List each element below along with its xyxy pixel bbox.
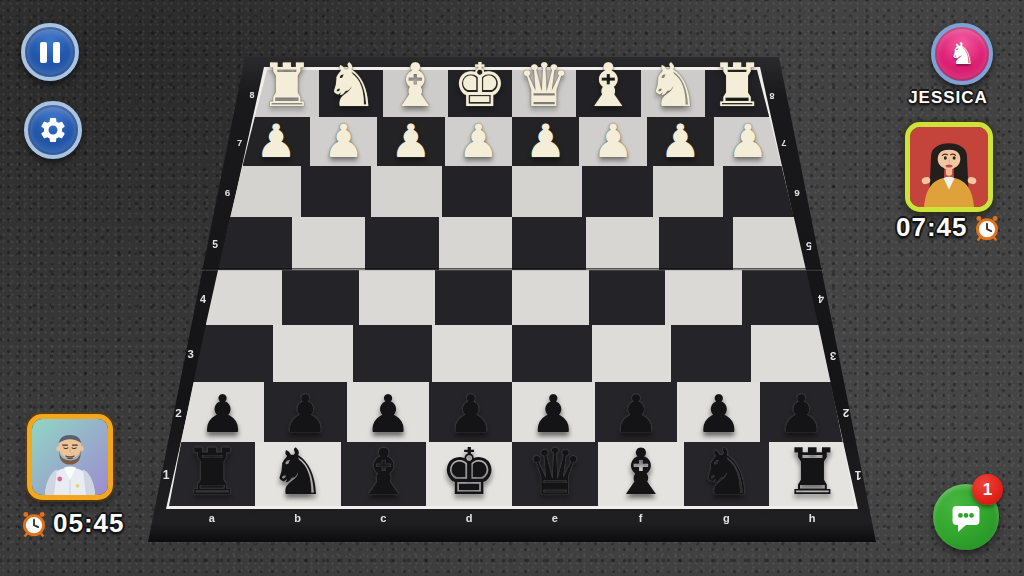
rank-label-right: 6 xyxy=(794,188,800,198)
rank-label-left: 2 xyxy=(175,407,182,419)
board-rank-row xyxy=(218,217,806,270)
square-c5[interactable] xyxy=(365,217,439,270)
rank-label-left: 7 xyxy=(237,138,242,147)
chess-board: 8877665544332211abcdefgh♜♞♝♚♛♝♞♜♟♟♟♟♟♟♟♟… xyxy=(148,56,876,542)
square-d5[interactable] xyxy=(439,217,513,270)
rank-label-left: 4 xyxy=(200,293,206,304)
square-d3[interactable] xyxy=(432,325,512,382)
square-b3[interactable] xyxy=(273,325,353,382)
opponent-avatar[interactable] xyxy=(905,122,993,212)
square-b6[interactable] xyxy=(301,166,371,217)
square-f4[interactable] xyxy=(589,270,666,325)
board-fold-seam xyxy=(201,268,823,271)
alarm-clock-icon xyxy=(973,214,1001,242)
opponent-piece-badge: ♞ xyxy=(931,23,993,85)
piece-black-knight[interactable]: ♞ xyxy=(269,440,326,504)
piece-white-knight[interactable]: ♞ xyxy=(324,55,378,115)
square-d4[interactable] xyxy=(435,270,512,325)
rank-label-right: 5 xyxy=(806,239,812,249)
piece-black-pawn[interactable]: ♟ xyxy=(447,388,494,440)
piece-black-bishop[interactable]: ♝ xyxy=(612,440,669,504)
board-rank-row xyxy=(230,166,794,217)
board-rank-row xyxy=(181,382,843,442)
opponent-name: JESSICA xyxy=(876,88,1020,108)
player-timer: 05:45 xyxy=(20,508,125,539)
square-e6[interactable] xyxy=(512,166,582,217)
rank-label-right: 4 xyxy=(818,293,824,304)
piece-white-pawn[interactable]: ♟ xyxy=(592,118,633,164)
square-c6[interactable] xyxy=(371,166,441,217)
rank-label-right: 1 xyxy=(855,469,862,481)
file-label: d xyxy=(466,513,473,524)
square-a3[interactable] xyxy=(194,325,274,382)
square-f5[interactable] xyxy=(586,217,660,270)
rank-label-right: 7 xyxy=(782,138,787,147)
board-rank-row xyxy=(206,270,819,325)
piece-white-pawn[interactable]: ♟ xyxy=(525,118,566,164)
piece-white-pawn[interactable]: ♟ xyxy=(458,118,499,164)
square-d6[interactable] xyxy=(442,166,512,217)
alarm-clock-icon xyxy=(20,510,48,538)
chat-unread-badge: 1 xyxy=(972,474,1003,505)
square-c4[interactable] xyxy=(359,270,436,325)
piece-white-rook[interactable]: ♜ xyxy=(260,55,314,115)
piece-black-queen[interactable]: ♛ xyxy=(526,440,583,504)
square-b5[interactable] xyxy=(292,217,366,270)
square-h4[interactable] xyxy=(742,270,819,325)
square-g6[interactable] xyxy=(653,166,723,217)
piece-black-knight[interactable]: ♞ xyxy=(698,440,755,504)
square-f3[interactable] xyxy=(592,325,672,382)
white-knight-icon: ♞ xyxy=(949,39,976,69)
rank-label-right: 3 xyxy=(830,349,836,360)
piece-white-pawn[interactable]: ♟ xyxy=(323,118,364,164)
square-c3[interactable] xyxy=(353,325,433,382)
piece-white-knight[interactable]: ♞ xyxy=(646,55,700,115)
rank-label-right: 8 xyxy=(770,90,775,99)
file-label: a xyxy=(209,513,215,524)
square-h5[interactable] xyxy=(733,217,807,270)
square-e5[interactable] xyxy=(512,217,586,270)
rank-label-right: 2 xyxy=(842,407,849,419)
piece-white-king[interactable]: ♚ xyxy=(453,55,507,115)
settings-button[interactable] xyxy=(24,101,82,159)
player-time: 05:45 xyxy=(53,508,125,539)
square-h3[interactable] xyxy=(751,325,831,382)
opponent-timer: 07:45 xyxy=(896,212,1001,243)
file-label: f xyxy=(639,513,643,524)
piece-black-rook[interactable]: ♜ xyxy=(783,440,840,504)
piece-black-pawn[interactable]: ♟ xyxy=(530,388,577,440)
piece-white-pawn[interactable]: ♟ xyxy=(660,118,701,164)
square-a5[interactable] xyxy=(218,217,292,270)
file-label: b xyxy=(294,513,301,524)
piece-white-rook[interactable]: ♜ xyxy=(710,55,764,115)
square-a6[interactable] xyxy=(230,166,300,217)
piece-black-pawn[interactable]: ♟ xyxy=(613,388,660,440)
piece-white-bishop[interactable]: ♝ xyxy=(582,55,636,115)
piece-white-queen[interactable]: ♛ xyxy=(517,55,571,115)
piece-black-king[interactable]: ♚ xyxy=(440,440,497,504)
piece-white-bishop[interactable]: ♝ xyxy=(389,55,443,115)
game-screen: 8877665544332211abcdefgh♜♞♝♚♛♝♞♜♟♟♟♟♟♟♟♟… xyxy=(0,0,1024,576)
player-avatar[interactable] xyxy=(27,414,113,500)
square-e4[interactable] xyxy=(512,270,589,325)
square-g3[interactable] xyxy=(671,325,751,382)
square-a4[interactable] xyxy=(206,270,283,325)
rank-label-left: 8 xyxy=(249,90,254,99)
opponent-avatar-image xyxy=(910,127,988,207)
piece-black-bishop[interactable]: ♝ xyxy=(355,440,412,504)
square-g5[interactable] xyxy=(659,217,733,270)
chat-button[interactable]: 1 xyxy=(933,484,999,550)
piece-black-pawn[interactable]: ♟ xyxy=(778,388,825,440)
piece-black-rook[interactable]: ♜ xyxy=(183,440,240,504)
square-b4[interactable] xyxy=(282,270,359,325)
piece-black-pawn[interactable]: ♟ xyxy=(365,388,412,440)
square-f6[interactable] xyxy=(582,166,652,217)
square-g4[interactable] xyxy=(665,270,742,325)
square-h6[interactable] xyxy=(723,166,793,217)
piece-white-pawn[interactable]: ♟ xyxy=(390,118,431,164)
piece-black-pawn[interactable]: ♟ xyxy=(199,388,246,440)
board-rank-row xyxy=(194,325,831,382)
piece-white-pawn[interactable]: ♟ xyxy=(727,118,768,164)
speech-bubble-icon xyxy=(947,498,985,536)
file-label: c xyxy=(380,513,386,524)
player-avatar-image xyxy=(32,419,108,495)
rank-label-left: 1 xyxy=(163,469,170,481)
square-e3[interactable] xyxy=(512,325,592,382)
pause-button[interactable] xyxy=(21,23,79,81)
pause-icon xyxy=(40,42,60,63)
file-label: h xyxy=(809,513,816,524)
rank-label-left: 6 xyxy=(225,188,231,198)
piece-white-pawn[interactable]: ♟ xyxy=(256,118,297,164)
rank-label-left: 3 xyxy=(187,349,193,360)
piece-black-pawn[interactable]: ♟ xyxy=(282,388,329,440)
gear-icon xyxy=(38,115,68,145)
piece-black-pawn[interactable]: ♟ xyxy=(695,388,742,440)
opponent-time: 07:45 xyxy=(896,212,968,243)
file-label: g xyxy=(723,513,730,524)
rank-label-left: 5 xyxy=(212,239,218,249)
file-label: e xyxy=(552,513,558,524)
